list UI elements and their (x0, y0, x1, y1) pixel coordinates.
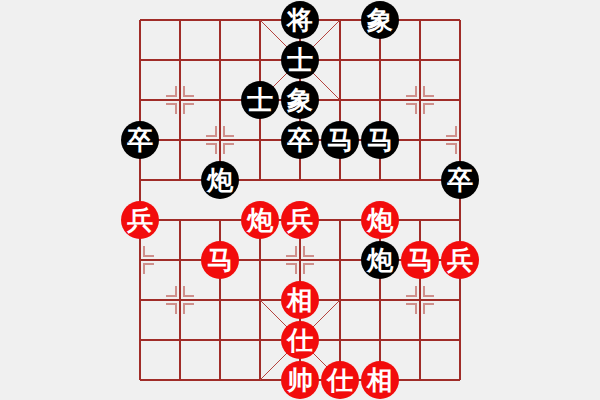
piece-red-horse[interactable]: 马 (201, 241, 239, 279)
piece-black-pawn[interactable]: 卒 (441, 161, 479, 199)
piece-red-pawn[interactable]: 兵 (441, 241, 479, 279)
piece-black-cannon[interactable]: 炮 (361, 241, 399, 279)
piece-black-horse[interactable]: 马 (361, 121, 399, 159)
piece-red-advisor[interactable]: 仕 (281, 321, 319, 359)
piece-red-horse[interactable]: 马 (401, 241, 439, 279)
piece-red-pawn[interactable]: 兵 (281, 201, 319, 239)
pieces-layer: 将象士士象卒卒马马炮卒兵炮兵炮马炮马兵相仕帅仕相 (120, 0, 480, 400)
piece-red-pawn[interactable]: 兵 (121, 201, 159, 239)
piece-red-advisor[interactable]: 仕 (321, 361, 359, 399)
piece-black-elephant[interactable]: 象 (281, 81, 319, 119)
piece-red-elephant[interactable]: 相 (361, 361, 399, 399)
piece-black-pawn[interactable]: 卒 (121, 121, 159, 159)
piece-red-cannon[interactable]: 炮 (241, 201, 279, 239)
piece-black-advisor[interactable]: 士 (281, 41, 319, 79)
piece-black-king[interactable]: 将 (281, 1, 319, 39)
piece-red-cannon[interactable]: 炮 (361, 201, 399, 239)
piece-black-pawn[interactable]: 卒 (281, 121, 319, 159)
piece-black-cannon[interactable]: 炮 (201, 161, 239, 199)
xiangqi-screen: 将象士士象卒卒马马炮卒兵炮兵炮马炮马兵相仕帅仕相 (0, 0, 600, 400)
piece-red-king[interactable]: 帅 (281, 361, 319, 399)
piece-red-elephant[interactable]: 相 (281, 281, 319, 319)
piece-black-advisor[interactable]: 士 (241, 81, 279, 119)
piece-black-horse[interactable]: 马 (321, 121, 359, 159)
piece-black-elephant[interactable]: 象 (361, 1, 399, 39)
